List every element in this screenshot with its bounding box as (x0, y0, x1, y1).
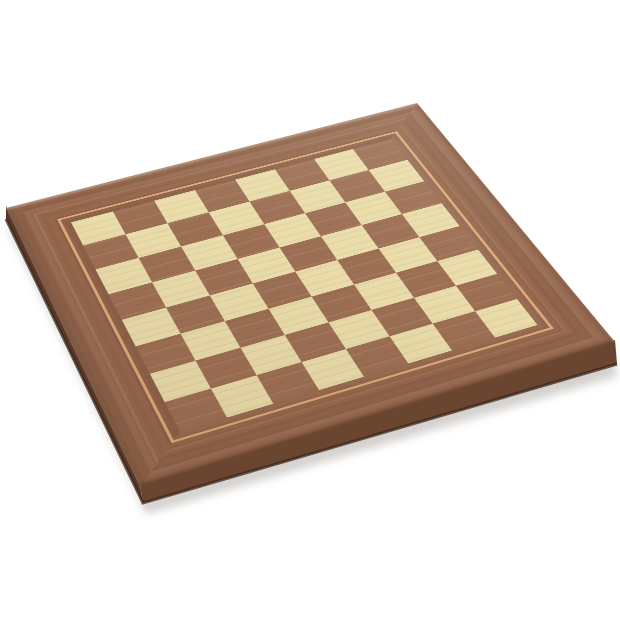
product-photo-stage (0, 0, 620, 620)
